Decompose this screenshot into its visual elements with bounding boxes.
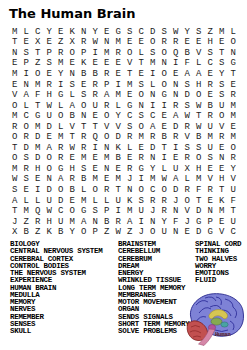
grid-cell[interactable]: F (193, 185, 205, 196)
grid-cell[interactable]: V (113, 122, 125, 133)
grid-cell[interactable]: A (101, 90, 113, 101)
grid-cell[interactable]: C (124, 111, 136, 122)
grid-cell[interactable]: E (216, 217, 228, 228)
grid-cell[interactable]: E (101, 175, 113, 186)
grid-cell[interactable]: R (21, 164, 33, 175)
grid-cell[interactable]: N (44, 175, 56, 186)
grid-cell[interactable]: O (101, 111, 113, 122)
grid-cell[interactable]: E (136, 69, 148, 80)
grid-cell[interactable]: E (170, 154, 182, 165)
grid-cell[interactable]: O (101, 132, 113, 143)
grid-cell[interactable]: W (9, 175, 21, 186)
grid-cell[interactable]: O (147, 227, 159, 238)
grid-cell[interactable]: U (216, 101, 228, 112)
grid-cell[interactable]: E (21, 38, 33, 49)
grid-cell[interactable]: O (147, 38, 159, 49)
grid-cell[interactable]: T (9, 206, 21, 217)
grid-cell[interactable]: J (124, 175, 136, 186)
grid-cell[interactable]: U (205, 143, 217, 154)
grid-cell[interactable]: E (101, 59, 113, 70)
grid-cell[interactable]: D (44, 185, 56, 196)
grid-cell[interactable]: N (101, 38, 113, 49)
grid-cell[interactable]: R (124, 132, 136, 143)
grid-cell[interactable]: S (193, 143, 205, 154)
grid-cell[interactable]: R (136, 154, 148, 165)
grid-cell[interactable]: L (101, 196, 113, 207)
grid-cell[interactable]: T (216, 48, 228, 59)
grid-cell[interactable]: C (55, 206, 67, 217)
grid-cell[interactable]: R (21, 132, 33, 143)
grid-cell[interactable]: G (32, 111, 44, 122)
grid-cell[interactable]: D (170, 122, 182, 133)
grid-cell[interactable]: Y (228, 164, 240, 175)
grid-cell[interactable]: I (21, 69, 33, 80)
grid-cell[interactable]: N (21, 80, 33, 91)
grid-cell[interactable]: R (90, 90, 102, 101)
grid-cell[interactable]: M (113, 38, 125, 49)
grid-cell[interactable]: W (90, 38, 102, 49)
grid-cell[interactable]: W (193, 101, 205, 112)
grid-cell[interactable]: X (182, 164, 194, 175)
grid-cell[interactable]: R (55, 143, 67, 154)
grid-cell[interactable]: A (21, 90, 33, 101)
grid-cell[interactable]: R (113, 217, 125, 228)
grid-cell[interactable]: M (113, 90, 125, 101)
grid-cell[interactable]: R (228, 90, 240, 101)
grid-cell[interactable]: G (159, 90, 171, 101)
grid-cell[interactable]: V (124, 59, 136, 70)
grid-cell[interactable]: N (147, 154, 159, 165)
grid-cell[interactable]: A (182, 69, 194, 80)
grid-cell[interactable]: E (159, 111, 171, 122)
grid-cell[interactable]: A (193, 69, 205, 80)
grid-cell[interactable]: U (90, 101, 102, 112)
grid-cell[interactable]: E (216, 164, 228, 175)
grid-cell[interactable]: S (136, 196, 148, 207)
grid-cell[interactable]: L (21, 196, 33, 207)
grid-cell[interactable]: R (55, 48, 67, 59)
grid-cell[interactable]: S (44, 59, 56, 70)
grid-cell[interactable]: T (32, 48, 44, 59)
grid-cell[interactable]: I (136, 175, 148, 186)
grid-cell[interactable]: T (216, 185, 228, 196)
grid-cell[interactable]: H (44, 217, 56, 228)
grid-cell[interactable]: S (136, 111, 148, 122)
grid-cell[interactable]: S (136, 80, 148, 91)
grid-cell[interactable]: P (101, 206, 113, 217)
grid-cell[interactable]: S (193, 27, 205, 38)
grid-cell[interactable]: I (136, 217, 148, 228)
grid-cell[interactable]: C (136, 27, 148, 38)
grid-cell[interactable]: S (216, 59, 228, 70)
grid-cell[interactable]: R (205, 111, 217, 122)
grid-cell[interactable]: M (124, 80, 136, 91)
grid-cell[interactable]: I (159, 101, 171, 112)
grid-cell[interactable]: D (147, 143, 159, 154)
grid-cell[interactable]: O (90, 185, 102, 196)
grid-cell[interactable]: G (55, 164, 67, 175)
grid-cell[interactable]: S (182, 101, 194, 112)
grid-cell[interactable]: U (136, 206, 148, 217)
grid-cell[interactable]: Q (170, 48, 182, 59)
grid-cell[interactable]: B (55, 227, 67, 238)
grid-cell[interactable]: B (113, 154, 125, 165)
grid-cell[interactable]: S (124, 27, 136, 38)
grid-cell[interactable]: O (193, 90, 205, 101)
grid-cell[interactable]: T (159, 143, 171, 154)
grid-cell[interactable]: I (147, 69, 159, 80)
grid-cell[interactable]: E (21, 185, 33, 196)
grid-cell[interactable]: M (78, 154, 90, 165)
grid-cell[interactable]: E (216, 38, 228, 49)
grid-cell[interactable]: K (44, 227, 56, 238)
grid-cell[interactable]: L (55, 122, 67, 133)
grid-cell[interactable]: M (101, 48, 113, 59)
grid-cell[interactable]: J (9, 217, 21, 228)
grid-cell[interactable]: Z (124, 227, 136, 238)
grid-cell[interactable]: E (228, 80, 240, 91)
grid-cell[interactable]: J (182, 217, 194, 228)
grid-cell[interactable]: R (124, 164, 136, 175)
grid-cell[interactable]: T (228, 206, 240, 217)
grid-cell[interactable]: L (113, 101, 125, 112)
grid-cell[interactable]: O (182, 196, 194, 207)
grid-cell[interactable]: E (32, 175, 44, 186)
grid-cell[interactable]: R (170, 132, 182, 143)
grid-cell[interactable]: M (193, 175, 205, 186)
grid-cell[interactable]: M (124, 206, 136, 217)
grid-cell[interactable]: E (90, 164, 102, 175)
grid-cell[interactable]: Y (159, 217, 171, 228)
grid-cell[interactable]: U (113, 196, 125, 207)
grid-cell[interactable]: B (67, 185, 79, 196)
grid-cell[interactable]: N (205, 206, 217, 217)
grid-cell[interactable]: H (67, 164, 79, 175)
grid-cell[interactable]: N (170, 227, 182, 238)
grid-cell[interactable]: R (182, 154, 194, 165)
grid-cell[interactable]: E (55, 27, 67, 38)
grid-cell[interactable]: Q (32, 206, 44, 217)
grid-cell[interactable]: A (170, 111, 182, 122)
grid-cell[interactable]: O (55, 185, 67, 196)
grid-cell[interactable]: L (182, 175, 194, 186)
grid-cell[interactable]: F (32, 90, 44, 101)
grid-cell[interactable]: S (182, 80, 194, 91)
grid-cell[interactable]: B (21, 227, 33, 238)
grid-cell[interactable]: O (21, 122, 33, 133)
grid-cell[interactable]: F (182, 59, 194, 70)
grid-cell[interactable]: G (205, 227, 217, 238)
grid-cell[interactable]: O (193, 154, 205, 165)
grid-cell[interactable]: B (193, 132, 205, 143)
grid-cell[interactable]: E (170, 69, 182, 80)
grid-cell[interactable]: O (67, 206, 79, 217)
grid-cell[interactable]: L (21, 27, 33, 38)
grid-cell[interactable]: D (182, 90, 194, 101)
grid-cell[interactable]: T (228, 69, 240, 80)
grid-cell[interactable]: M (32, 143, 44, 154)
grid-cell[interactable]: N (101, 164, 113, 175)
grid-cell[interactable]: E (124, 90, 136, 101)
grid-cell[interactable]: E (90, 59, 102, 70)
grid-cell[interactable]: Q (90, 132, 102, 143)
grid-cell[interactable]: D (32, 132, 44, 143)
grid-cell[interactable]: R (182, 185, 194, 196)
grid-cell[interactable]: N (101, 143, 113, 154)
grid-cell[interactable]: M (228, 132, 240, 143)
grid-cell[interactable]: B (90, 69, 102, 80)
grid-cell[interactable]: U (228, 217, 240, 228)
grid-cell[interactable]: E (113, 59, 125, 70)
grid-cell[interactable]: C (147, 185, 159, 196)
grid-cell[interactable]: O (44, 154, 56, 165)
grid-cell[interactable]: S (78, 90, 90, 101)
grid-cell[interactable]: M (32, 122, 44, 133)
grid-cell[interactable]: Z (32, 59, 44, 70)
grid-cell[interactable]: L (21, 101, 33, 112)
grid-cell[interactable]: V (205, 175, 217, 186)
grid-cell[interactable]: O (228, 38, 240, 49)
grid-cell[interactable]: M (55, 59, 67, 70)
grid-cell[interactable]: P (44, 48, 56, 59)
grid-cell[interactable]: F (170, 217, 182, 228)
grid-cell[interactable]: O (32, 69, 44, 80)
grid-cell[interactable]: L (78, 185, 90, 196)
grid-cell[interactable]: R (170, 101, 182, 112)
grid-cell[interactable]: G (136, 164, 148, 175)
grid-cell[interactable]: E (78, 80, 90, 91)
grid-cell[interactable]: P (78, 48, 90, 59)
grid-cell[interactable]: E (159, 122, 171, 133)
grid-cell[interactable]: S (205, 154, 217, 165)
grid-cell[interactable]: U (228, 185, 240, 196)
grid-cell[interactable]: T (113, 185, 125, 196)
grid-cell[interactable]: Y (55, 69, 67, 80)
grid-cell[interactable]: X (67, 38, 79, 49)
grid-cell[interactable]: E (113, 69, 125, 80)
grid-cell[interactable]: Z (205, 27, 217, 38)
grid-cell[interactable]: A (67, 101, 79, 112)
grid-cell[interactable]: L (124, 143, 136, 154)
grid-cell[interactable]: E (44, 38, 56, 49)
grid-cell[interactable]: E (205, 90, 217, 101)
grid-cell[interactable]: V (101, 122, 113, 133)
grid-cell[interactable]: S (182, 143, 194, 154)
grid-cell[interactable]: J (136, 227, 148, 238)
grid-cell[interactable]: P (90, 227, 102, 238)
grid-cell[interactable]: D (44, 122, 56, 133)
grid-cell[interactable]: V (9, 90, 21, 101)
grid-cell[interactable]: Z (21, 217, 33, 228)
grid-cell[interactable]: O (136, 185, 148, 196)
grid-cell[interactable]: S (78, 164, 90, 175)
grid-cell[interactable]: C (21, 111, 33, 122)
grid-cell[interactable]: K (78, 59, 90, 70)
grid-cell[interactable]: S (90, 206, 102, 217)
grid-cell[interactable]: M (228, 101, 240, 112)
grid-cell[interactable]: K (113, 143, 125, 154)
grid-cell[interactable]: S (21, 175, 33, 186)
grid-cell[interactable]: A (78, 217, 90, 228)
grid-cell[interactable]: G (228, 59, 240, 70)
grid-cell[interactable]: O (136, 90, 148, 101)
grid-cell[interactable]: T (193, 196, 205, 207)
grid-cell[interactable]: N (228, 48, 240, 59)
grid-cell[interactable]: W (193, 122, 205, 133)
grid-cell[interactable]: E (67, 154, 79, 165)
grid-cell[interactable]: O (9, 101, 21, 112)
grid-cell[interactable]: I (159, 154, 171, 165)
grid-cell[interactable]: E (205, 196, 217, 207)
grid-cell[interactable]: V (216, 122, 228, 133)
grid-cell[interactable]: E (67, 59, 79, 70)
grid-cell[interactable]: R (182, 122, 194, 133)
grid-cell[interactable]: W (67, 143, 79, 154)
grid-cell[interactable]: M (55, 132, 67, 143)
grid-cell[interactable]: J (147, 206, 159, 217)
grid-cell[interactable]: A (147, 122, 159, 133)
grid-cell[interactable]: E (44, 132, 56, 143)
grid-cell[interactable]: E (182, 38, 194, 49)
grid-cell[interactable]: N (78, 111, 90, 122)
grid-cell[interactable]: N (124, 185, 136, 196)
grid-cell[interactable]: E (136, 143, 148, 154)
grid-cell[interactable]: I (32, 185, 44, 196)
grid-cell[interactable]: S (216, 90, 228, 101)
grid-cell[interactable]: B (159, 132, 171, 143)
grid-cell[interactable]: B (78, 175, 90, 186)
grid-cell[interactable]: L (32, 196, 44, 207)
grid-cell[interactable]: R (147, 196, 159, 207)
grid-cell[interactable]: T (193, 111, 205, 122)
grid-cell[interactable]: R (159, 38, 171, 49)
grid-cell[interactable]: L (159, 164, 171, 175)
grid-cell[interactable]: S (21, 48, 33, 59)
grid-cell[interactable]: R (159, 206, 171, 217)
grid-cell[interactable]: V (67, 122, 79, 133)
grid-cell[interactable]: A (170, 175, 182, 186)
grid-cell[interactable]: N (78, 27, 90, 38)
grid-cell[interactable]: V (182, 206, 194, 217)
grid-cell[interactable]: I (113, 80, 125, 91)
grid-cell[interactable]: U (44, 111, 56, 122)
grid-cell[interactable]: E (9, 59, 21, 70)
grid-cell[interactable]: N (147, 217, 159, 228)
grid-cell[interactable]: O (78, 101, 90, 112)
grid-cell[interactable]: U (55, 217, 67, 228)
grid-cell[interactable]: W (159, 175, 171, 186)
grid-cell[interactable]: O (55, 111, 67, 122)
grid-cell[interactable]: Z (101, 227, 113, 238)
grid-cell[interactable]: N (147, 90, 159, 101)
grid-cell[interactable]: R (78, 132, 90, 143)
grid-cell[interactable]: U (205, 122, 217, 133)
grid-cell[interactable]: C (147, 111, 159, 122)
grid-cell[interactable]: R (147, 132, 159, 143)
grid-cell[interactable]: T (90, 122, 102, 133)
grid-cell[interactable]: B (101, 217, 113, 228)
grid-cell[interactable]: T (136, 59, 148, 70)
grid-cell[interactable]: K (216, 196, 228, 207)
grid-cell[interactable]: T (32, 101, 44, 112)
grid-cell[interactable]: D (55, 196, 67, 207)
grid-cell[interactable]: E (67, 196, 79, 207)
grid-cell[interactable]: G (193, 217, 205, 228)
grid-cell[interactable]: M (9, 164, 21, 175)
grid-cell[interactable]: D (21, 143, 33, 154)
grid-cell[interactable]: R (101, 185, 113, 196)
grid-cell[interactable]: I (170, 59, 182, 70)
grid-cell[interactable]: H (32, 164, 44, 175)
grid-cell[interactable]: W (113, 227, 125, 238)
grid-cell[interactable]: O (159, 185, 171, 196)
grid-cell[interactable]: E (228, 122, 240, 133)
grid-cell[interactable]: Z (55, 38, 67, 49)
grid-cell[interactable]: V (193, 48, 205, 59)
grid-cell[interactable]: T (9, 38, 21, 49)
grid-cell[interactable]: D (193, 227, 205, 238)
grid-cell[interactable]: Y (113, 111, 125, 122)
grid-cell[interactable]: Y (44, 27, 56, 38)
grid-cell[interactable]: E (124, 38, 136, 49)
grid-cell[interactable]: Y (147, 164, 159, 175)
grid-cell[interactable]: N (170, 90, 182, 101)
grid-cell[interactable]: M (113, 175, 125, 186)
grid-cell[interactable]: O (9, 132, 21, 143)
grid-cell[interactable]: E (193, 38, 205, 49)
grid-cell[interactable]: O (228, 143, 240, 154)
grid-cell[interactable]: R (216, 132, 228, 143)
grid-cell[interactable]: K (67, 27, 79, 38)
grid-cell[interactable]: E (124, 154, 136, 165)
grid-cell[interactable]: M (216, 27, 228, 38)
grid-cell[interactable]: E (9, 80, 21, 91)
grid-cell[interactable]: S (159, 27, 171, 38)
grid-cell[interactable]: H (205, 38, 217, 49)
grid-cell[interactable]: M (147, 59, 159, 70)
grid-cell[interactable]: E (101, 27, 113, 38)
grid-cell[interactable]: O (124, 48, 136, 59)
grid-cell[interactable]: V (228, 175, 240, 186)
grid-cell[interactable]: R (101, 101, 113, 112)
grid-cell[interactable]: A (124, 217, 136, 228)
grid-cell[interactable]: M (101, 154, 113, 165)
grid-cell[interactable]: S (21, 154, 33, 165)
grid-cell[interactable]: E (113, 164, 125, 175)
grid-cell[interactable]: A (44, 143, 56, 154)
grid-cell[interactable]: N (216, 154, 228, 165)
grid-cell[interactable]: T (78, 122, 90, 133)
grid-cell[interactable]: V (216, 227, 228, 238)
grid-cell[interactable]: Y (67, 227, 79, 238)
grid-cell[interactable]: P (101, 80, 113, 91)
grid-cell[interactable]: A (9, 196, 21, 207)
grid-cell[interactable]: L (136, 48, 148, 59)
grid-cell[interactable]: L (193, 59, 205, 70)
grid-cell[interactable]: X (32, 38, 44, 49)
grid-cell[interactable]: O (159, 48, 171, 59)
grid-cell[interactable]: P (21, 59, 33, 70)
grid-cell[interactable]: R (101, 69, 113, 80)
grid-cell[interactable]: N (136, 101, 148, 112)
grid-cell[interactable]: M (216, 206, 228, 217)
grid-cell[interactable]: D (170, 185, 182, 196)
grid-cell[interactable]: I (55, 80, 67, 91)
grid-cell[interactable]: R (55, 154, 67, 165)
grid-cell[interactable]: H (216, 175, 228, 186)
grid-cell[interactable]: S (124, 122, 136, 133)
grid-cell[interactable]: G (113, 27, 125, 38)
